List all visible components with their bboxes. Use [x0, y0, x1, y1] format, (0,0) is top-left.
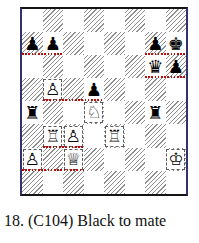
square-f2: [125, 148, 146, 171]
puzzle-caption: 18. (C104) Black to mate: [4, 212, 196, 230]
spellcheck-squiggle: [43, 99, 105, 101]
square-g4: ♜: [145, 101, 166, 124]
square-g8: [145, 9, 166, 32]
square-c1: [63, 171, 84, 194]
square-d3: [84, 124, 105, 147]
black-pawn: ♟: [86, 81, 102, 99]
white-pawn: ♙: [23, 149, 42, 170]
square-d4: ♘: [84, 101, 105, 124]
white-rook: ♖: [43, 126, 62, 147]
square-g3: [145, 124, 166, 147]
square-f4: [125, 101, 146, 124]
square-g5: [145, 78, 166, 101]
square-f7: [125, 32, 146, 55]
white-king: ♔: [166, 149, 185, 170]
square-b4: [43, 101, 64, 124]
square-h3: [166, 124, 187, 147]
square-a5: [22, 78, 43, 101]
square-f1: [125, 171, 146, 194]
square-f8: [125, 9, 146, 32]
spellcheck-squiggle: [22, 169, 84, 171]
square-f6: [125, 55, 146, 78]
black-queen: ♛: [147, 58, 163, 76]
square-e2: [104, 148, 125, 171]
square-b1: [43, 171, 64, 194]
square-e5: [104, 78, 125, 101]
spellcheck-squiggle: [43, 146, 84, 148]
square-c3: ♙: [63, 124, 84, 147]
square-c5: [63, 78, 84, 101]
black-king: ♚: [168, 35, 184, 53]
square-h7: ♚: [166, 32, 187, 55]
square-h4: [166, 101, 187, 124]
square-d8: [84, 9, 105, 32]
square-b3: ♖: [43, 124, 64, 147]
black-rook: ♜: [147, 104, 163, 122]
square-h6: ♟: [166, 55, 187, 78]
square-h5: [166, 78, 187, 101]
square-g6: ♛: [145, 55, 166, 78]
square-b8: [43, 9, 64, 32]
black-rook: ♜: [24, 104, 40, 122]
square-a6: [22, 55, 43, 78]
square-a8: [22, 9, 43, 32]
square-e3: ♖: [104, 124, 125, 147]
square-d1: [84, 171, 105, 194]
square-a7: ♟: [22, 32, 43, 55]
white-rook: ♖: [105, 126, 124, 147]
square-h1: [166, 171, 187, 194]
square-a2: ♙: [22, 148, 43, 171]
square-e8: [104, 9, 125, 32]
square-g1: [145, 171, 166, 194]
square-c4: [63, 101, 84, 124]
square-b7: ♟: [43, 32, 64, 55]
spellcheck-squiggle: [145, 76, 186, 78]
square-e7: [104, 32, 125, 55]
black-pawn: ♟: [24, 35, 40, 53]
chess-diagram: ♟♟♟♚♛♟♙♟♜♘♜♖♙♖♙♕♔ 18. (C104) Black to ma…: [0, 0, 199, 243]
square-e6: [104, 55, 125, 78]
white-queen: ♕: [64, 149, 83, 170]
square-c7: [63, 32, 84, 55]
square-g7: ♟: [145, 32, 166, 55]
square-b6: [43, 55, 64, 78]
square-d7: [84, 32, 105, 55]
square-b5: ♙: [43, 78, 64, 101]
square-h8: [166, 9, 187, 32]
spellcheck-squiggle: [145, 53, 186, 55]
square-d6: [84, 55, 105, 78]
square-b2: [43, 148, 64, 171]
white-pawn: ♙: [43, 79, 62, 100]
square-c8: [63, 9, 84, 32]
square-a1: [22, 171, 43, 194]
square-d2: [84, 148, 105, 171]
square-e4: [104, 101, 125, 124]
square-g2: [145, 148, 166, 171]
square-a3: [22, 124, 43, 147]
black-pawn: ♟: [45, 35, 61, 53]
square-f3: [125, 124, 146, 147]
black-pawn: ♟: [168, 58, 184, 76]
square-e1: [104, 171, 125, 194]
black-pawn: ♟: [147, 35, 163, 53]
chess-board: ♟♟♟♚♛♟♙♟♜♘♜♖♙♖♙♕♔: [20, 7, 188, 196]
spellcheck-squiggle: [22, 53, 63, 55]
square-c6: [63, 55, 84, 78]
square-c2: ♕: [63, 148, 84, 171]
white-knight: ♘: [84, 102, 103, 123]
square-d5: ♟: [84, 78, 105, 101]
square-f5: [125, 78, 146, 101]
white-pawn: ♙: [64, 126, 83, 147]
square-a4: ♜: [22, 101, 43, 124]
square-h2: ♔: [166, 148, 187, 171]
